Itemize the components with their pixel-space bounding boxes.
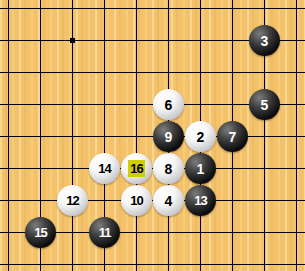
stone-black-11[interactable]: 11 <box>89 217 120 248</box>
move-number-2: 2 <box>197 130 205 144</box>
move-number-16: 16 <box>128 160 144 177</box>
move-number-13: 13 <box>194 194 206 207</box>
grid-line-h <box>0 8 305 9</box>
stone-black-13[interactable]: 13 <box>185 185 216 216</box>
move-number-7: 7 <box>229 130 237 144</box>
move-number-3: 3 <box>261 34 269 48</box>
stone-black-5[interactable]: 5 <box>249 89 280 120</box>
stone-white-6[interactable]: 6 <box>153 89 184 120</box>
star-point <box>70 38 75 43</box>
stone-white-14[interactable]: 14 <box>89 153 120 184</box>
stone-white-10[interactable]: 10 <box>121 185 152 216</box>
stone-white-8[interactable]: 8 <box>153 153 184 184</box>
move-number-12: 12 <box>66 194 78 207</box>
stone-white-16[interactable]: 16 <box>121 153 152 184</box>
stone-white-4[interactable]: 4 <box>153 185 184 216</box>
move-number-15: 15 <box>34 226 46 239</box>
grid-line-h <box>0 72 305 73</box>
stone-black-9[interactable]: 9 <box>153 121 184 152</box>
move-number-1: 1 <box>197 162 205 176</box>
move-number-6: 6 <box>165 98 173 112</box>
stone-black-3[interactable]: 3 <box>249 25 280 56</box>
stone-black-1[interactable]: 1 <box>185 153 216 184</box>
stone-white-2[interactable]: 2 <box>185 121 216 152</box>
move-number-8: 8 <box>165 162 173 176</box>
move-number-9: 9 <box>165 130 173 144</box>
go-board[interactable]: 12345678910111213141516 <box>0 0 305 271</box>
grid-line-h <box>0 264 305 265</box>
move-number-11: 11 <box>99 226 111 239</box>
stone-white-12[interactable]: 12 <box>57 185 88 216</box>
move-number-4: 4 <box>165 194 173 208</box>
move-number-5: 5 <box>261 98 269 112</box>
move-number-14: 14 <box>98 162 110 175</box>
stone-black-7[interactable]: 7 <box>217 121 248 152</box>
stone-black-15[interactable]: 15 <box>25 217 56 248</box>
move-number-10: 10 <box>130 194 142 207</box>
